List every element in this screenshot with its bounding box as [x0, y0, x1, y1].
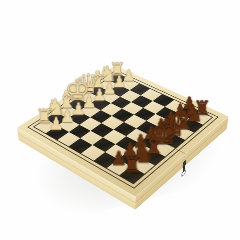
scene: ♜♞♝♛♚♝♞♜♟♟♟♟♟♟♟♟♟♟♟♟♟♟♟♟♜♞♝♛♚♝♞♜: [0, 0, 240, 240]
metal-clasp: [183, 159, 187, 167]
piece-black-rook-h8[interactable]: ♜: [112, 153, 152, 175]
chess-board: ♜♞♝♛♚♝♞♜♟♟♟♟♟♟♟♟♟♟♟♟♟♟♟♟♜♞♝♛♚♝♞♜: [17, 65, 228, 196]
piece-white-pawn-h2[interactable]: ♟: [38, 115, 75, 132]
product-photo-stage: ♜♞♝♛♚♝♞♜♟♟♟♟♟♟♟♟♟♟♟♟♟♟♟♟♜♞♝♛♚♝♞♜: [0, 0, 240, 240]
